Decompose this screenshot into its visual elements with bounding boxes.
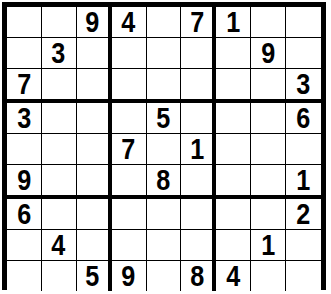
cell-r2c9[interactable] xyxy=(286,38,321,69)
cell-r8c3[interactable] xyxy=(77,230,112,261)
cell-r1c6[interactable]: 7 xyxy=(181,7,216,38)
given-digit: 7 xyxy=(17,69,31,99)
cell-r8c1[interactable] xyxy=(7,230,42,261)
cell-r5c1[interactable] xyxy=(7,134,42,165)
cell-r1c8[interactable] xyxy=(251,7,286,38)
given-digit: 6 xyxy=(297,103,311,133)
given-digit: 1 xyxy=(190,134,204,164)
given-digit: 1 xyxy=(297,165,311,195)
given-digit: 8 xyxy=(190,261,204,291)
cell-r6c1[interactable]: 9 xyxy=(7,165,42,199)
cell-r1c9[interactable] xyxy=(286,7,321,38)
cell-r7c4[interactable] xyxy=(112,199,147,230)
cell-r5c3[interactable] xyxy=(77,134,112,165)
cell-r9c5[interactable] xyxy=(147,261,182,291)
given-digit: 4 xyxy=(122,7,136,37)
cell-r6c3[interactable] xyxy=(77,165,112,199)
cell-r2c2[interactable]: 3 xyxy=(42,38,77,69)
cell-r2c8[interactable]: 9 xyxy=(251,38,286,69)
given-digit: 3 xyxy=(17,103,31,133)
given-digit: 5 xyxy=(85,261,99,291)
cell-r3c6[interactable] xyxy=(181,69,216,103)
sudoku-page: 947139733567198162415984 xyxy=(0,0,331,294)
cell-r4c6[interactable] xyxy=(181,103,216,134)
cell-r7c2[interactable] xyxy=(42,199,77,230)
cell-r7c5[interactable] xyxy=(147,199,182,230)
cell-r6c6[interactable] xyxy=(181,165,216,199)
cell-r4c5[interactable]: 5 xyxy=(147,103,182,134)
cell-r1c1[interactable] xyxy=(7,7,42,38)
given-digit: 7 xyxy=(190,7,204,37)
cell-r8c7[interactable] xyxy=(216,230,251,261)
cell-r7c9[interactable]: 2 xyxy=(286,199,321,230)
cell-r2c6[interactable] xyxy=(181,38,216,69)
cell-r7c3[interactable] xyxy=(77,199,112,230)
given-digit: 1 xyxy=(261,230,275,260)
cell-r9c4[interactable]: 9 xyxy=(112,261,147,291)
cell-r9c1[interactable] xyxy=(7,261,42,291)
cell-r9c3[interactable]: 5 xyxy=(77,261,112,291)
cell-r2c3[interactable] xyxy=(77,38,112,69)
cell-r8c4[interactable] xyxy=(112,230,147,261)
cell-r7c7[interactable] xyxy=(216,199,251,230)
cell-r4c9[interactable]: 6 xyxy=(286,103,321,134)
cell-r3c5[interactable] xyxy=(147,69,182,103)
cell-r3c3[interactable] xyxy=(77,69,112,103)
cell-r5c5[interactable] xyxy=(147,134,182,165)
cell-r6c2[interactable] xyxy=(42,165,77,199)
given-digit: 9 xyxy=(85,7,99,37)
cell-r9c6[interactable]: 8 xyxy=(181,261,216,291)
cell-r4c1[interactable]: 3 xyxy=(7,103,42,134)
cell-r7c6[interactable] xyxy=(181,199,216,230)
cell-r5c8[interactable] xyxy=(251,134,286,165)
cell-r9c7[interactable]: 4 xyxy=(216,261,251,291)
given-digit: 3 xyxy=(52,38,66,68)
cell-r3c4[interactable] xyxy=(112,69,147,103)
cell-r6c7[interactable] xyxy=(216,165,251,199)
given-digit: 9 xyxy=(122,261,136,291)
given-digit: 1 xyxy=(226,7,240,37)
cell-r2c5[interactable] xyxy=(147,38,182,69)
cell-r1c5[interactable] xyxy=(147,7,182,38)
cell-r5c2[interactable] xyxy=(42,134,77,165)
given-digit: 7 xyxy=(122,134,136,164)
cell-r4c8[interactable] xyxy=(251,103,286,134)
given-digit: 9 xyxy=(17,165,31,195)
cell-r5c4[interactable]: 7 xyxy=(112,134,147,165)
cell-r3c7[interactable] xyxy=(216,69,251,103)
cell-r1c7[interactable]: 1 xyxy=(216,7,251,38)
cell-r3c8[interactable] xyxy=(251,69,286,103)
cell-r3c9[interactable]: 3 xyxy=(286,69,321,103)
given-digit: 3 xyxy=(297,69,311,99)
cell-r5c7[interactable] xyxy=(216,134,251,165)
cell-r5c9[interactable] xyxy=(286,134,321,165)
cell-r3c2[interactable] xyxy=(42,69,77,103)
given-digit: 8 xyxy=(156,165,170,195)
cell-r8c8[interactable]: 1 xyxy=(251,230,286,261)
given-digit: 2 xyxy=(297,199,311,229)
cell-r4c7[interactable] xyxy=(216,103,251,134)
cell-r9c9[interactable] xyxy=(286,261,321,291)
given-digit: 6 xyxy=(17,199,31,229)
cell-r6c9[interactable]: 1 xyxy=(286,165,321,199)
given-digit: 4 xyxy=(52,230,66,260)
cell-r2c4[interactable] xyxy=(112,38,147,69)
cell-r1c2[interactable] xyxy=(42,7,77,38)
given-digit: 4 xyxy=(226,261,240,291)
cell-r9c8[interactable] xyxy=(251,261,286,291)
cell-r7c1[interactable]: 6 xyxy=(7,199,42,230)
cell-r2c7[interactable] xyxy=(216,38,251,69)
cell-r6c4[interactable] xyxy=(112,165,147,199)
cell-r1c4[interactable]: 4 xyxy=(112,7,147,38)
cell-r4c2[interactable] xyxy=(42,103,77,134)
cell-r4c4[interactable] xyxy=(112,103,147,134)
cell-r3c1[interactable]: 7 xyxy=(7,69,42,103)
cell-r8c6[interactable] xyxy=(181,230,216,261)
cell-r7c8[interactable] xyxy=(251,199,286,230)
cell-r8c9[interactable] xyxy=(286,230,321,261)
cell-r1c3[interactable]: 9 xyxy=(77,7,112,38)
cell-r8c5[interactable] xyxy=(147,230,182,261)
cell-r8c2[interactable]: 4 xyxy=(42,230,77,261)
sudoku-board: 947139733567198162415984 xyxy=(2,2,326,290)
cell-r6c8[interactable] xyxy=(251,165,286,199)
cell-r9c2[interactable] xyxy=(42,261,77,291)
cell-r2c1[interactable] xyxy=(7,38,42,69)
given-digit: 5 xyxy=(156,103,170,133)
cell-r6c5[interactable]: 8 xyxy=(147,165,182,199)
given-digit: 9 xyxy=(261,38,275,68)
cell-r4c3[interactable] xyxy=(77,103,112,134)
cell-r5c6[interactable]: 1 xyxy=(181,134,216,165)
